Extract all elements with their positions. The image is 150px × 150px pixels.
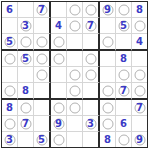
- cell-r3c5[interactable]: [67, 34, 83, 51]
- odd-circle: [4, 85, 15, 96]
- given-digit: 5: [34, 132, 49, 147]
- cell-r5c5[interactable]: [67, 67, 83, 83]
- cell-r5c6[interactable]: [83, 67, 100, 83]
- odd-circle: [134, 85, 145, 96]
- given-digit: 5: [18, 51, 33, 66]
- cell-r2c7[interactable]: [100, 18, 116, 34]
- cell-r5c7[interactable]: [100, 67, 116, 83]
- odd-circle: [53, 36, 64, 47]
- cell-r4c8[interactable]: 8: [116, 51, 132, 67]
- cell-r8c1[interactable]: [2, 116, 18, 132]
- cell-r6c5[interactable]: [67, 83, 83, 100]
- given-digit: 8: [18, 83, 33, 98]
- cell-r6c2[interactable]: 8: [18, 83, 34, 100]
- cell-r9c9[interactable]: 9: [132, 132, 147, 147]
- cell-r7c8[interactable]: [116, 100, 132, 116]
- given-digit: 9: [100, 2, 115, 17]
- cell-r6c1[interactable]: [2, 83, 18, 100]
- cell-r1c1[interactable]: 6: [2, 2, 18, 18]
- cell-r5c1[interactable]: [2, 67, 18, 83]
- cell-r9c8[interactable]: [116, 132, 132, 147]
- given-digit: 8: [2, 100, 17, 115]
- given-digit: 7: [116, 83, 131, 98]
- cell-r1c8[interactable]: [116, 2, 132, 18]
- cell-r4c1[interactable]: [2, 51, 18, 67]
- cell-r4c9[interactable]: [132, 51, 147, 67]
- odd-circle: [118, 134, 129, 145]
- cell-r1c6[interactable]: [83, 2, 100, 18]
- cell-r8c7[interactable]: [100, 116, 116, 132]
- odd-circle: [85, 69, 96, 80]
- cell-r1c3[interactable]: 7: [34, 2, 51, 18]
- cell-r3c6[interactable]: [83, 34, 100, 51]
- cell-r1c2[interactable]: [18, 2, 34, 18]
- cell-r6c6[interactable]: [83, 83, 100, 100]
- cell-r7c6[interactable]: [83, 100, 100, 116]
- cell-r9c4[interactable]: [51, 132, 67, 147]
- cell-r7c7[interactable]: [100, 100, 116, 116]
- cell-r9c5[interactable]: [67, 132, 83, 147]
- cell-r1c7[interactable]: 9: [100, 2, 116, 18]
- cell-r4c3[interactable]: [34, 51, 51, 67]
- odd-circle: [53, 102, 64, 113]
- odd-circle: [36, 69, 47, 80]
- given-digit: 8: [116, 51, 131, 66]
- cell-r4c6[interactable]: [83, 51, 100, 67]
- odd-circle: [4, 53, 15, 64]
- odd-circle: [102, 102, 113, 113]
- cell-r2c5[interactable]: [67, 18, 83, 34]
- given-digit: 7: [34, 2, 49, 17]
- cell-r2c4[interactable]: 4: [51, 18, 67, 34]
- given-digit: 3: [2, 132, 17, 147]
- cell-r6c9[interactable]: [132, 83, 147, 100]
- cell-r8c8[interactable]: 6: [116, 116, 132, 132]
- given-digit: 3: [18, 18, 33, 33]
- odd-circle: [69, 102, 80, 113]
- cell-r5c8[interactable]: [116, 67, 132, 83]
- cell-r7c4[interactable]: [51, 100, 67, 116]
- odd-circle: [102, 118, 113, 129]
- odd-circle: [102, 36, 113, 47]
- given-digit: 4: [51, 18, 66, 33]
- cell-r2c3[interactable]: [34, 18, 51, 34]
- cell-r4c5[interactable]: [67, 51, 83, 67]
- cell-r7c2[interactable]: [18, 100, 34, 116]
- cell-r3c8[interactable]: [116, 34, 132, 51]
- odd-circle: [36, 53, 47, 64]
- cell-r9c1[interactable]: 3: [2, 132, 18, 147]
- cell-r7c5[interactable]: [67, 100, 83, 116]
- sudoku-board: 679834755458878779363589: [1, 1, 148, 148]
- cell-r5c3[interactable]: [34, 67, 51, 83]
- given-digit: 8: [100, 132, 115, 147]
- cell-r8c6[interactable]: 3: [83, 116, 100, 132]
- cell-r3c7[interactable]: [100, 34, 116, 51]
- odd-circle: [4, 118, 15, 129]
- odd-circle: [69, 20, 80, 31]
- cell-r5c9[interactable]: [132, 67, 147, 83]
- given-digit: 4: [132, 34, 147, 49]
- odd-circle: [118, 4, 129, 15]
- cell-r7c3[interactable]: [34, 100, 51, 116]
- cell-r5c4[interactable]: [51, 67, 67, 83]
- cell-r3c3[interactable]: [34, 34, 51, 51]
- cell-r8c5[interactable]: [67, 116, 83, 132]
- cell-r3c9[interactable]: 4: [132, 34, 147, 51]
- given-digit: 7: [132, 100, 147, 115]
- cell-r5c2[interactable]: [18, 67, 34, 83]
- cell-r6c8[interactable]: 7: [116, 83, 132, 100]
- cell-r6c3[interactable]: [34, 83, 51, 100]
- given-digit: 6: [2, 2, 17, 17]
- cell-r3c1[interactable]: 5: [2, 34, 18, 51]
- cell-r1c4[interactable]: [51, 2, 67, 18]
- cell-r2c6[interactable]: 7: [83, 18, 100, 34]
- odd-circle: [134, 20, 145, 31]
- given-digit: 7: [83, 18, 98, 33]
- cell-r2c2[interactable]: 3: [18, 18, 34, 34]
- cell-r3c2[interactable]: [18, 34, 34, 51]
- cell-r1c5[interactable]: [67, 2, 83, 18]
- given-digit: 5: [116, 18, 131, 33]
- given-digit: 6: [116, 116, 131, 131]
- odd-circle: [134, 69, 145, 80]
- cell-r6c4[interactable]: [51, 83, 67, 100]
- odd-circle: [20, 102, 31, 113]
- cell-r2c1[interactable]: [2, 18, 18, 34]
- cell-r9c7[interactable]: 8: [100, 132, 116, 147]
- odd-circle: [85, 53, 96, 64]
- cell-r2c9[interactable]: [132, 18, 147, 34]
- given-digit: 3: [83, 116, 98, 131]
- given-digit: 8: [132, 2, 147, 17]
- cell-r4c7[interactable]: [100, 51, 116, 67]
- cell-r1c9[interactable]: 8: [132, 2, 147, 18]
- cell-r8c3[interactable]: [34, 116, 51, 132]
- odd-circle: [118, 69, 129, 80]
- odd-circle: [36, 36, 47, 47]
- given-digit: 5: [2, 34, 17, 49]
- given-digit: 9: [51, 116, 66, 131]
- odd-circle: [69, 69, 80, 80]
- given-digit: 7: [18, 116, 33, 131]
- cell-r4c4[interactable]: [51, 51, 67, 67]
- cell-r2c8[interactable]: 5: [116, 18, 132, 34]
- cell-r3c4[interactable]: [51, 34, 67, 51]
- cell-r6c7[interactable]: [100, 83, 116, 100]
- cell-r8c9[interactable]: [132, 116, 147, 132]
- given-digit: 9: [132, 132, 147, 147]
- odd-circle: [85, 4, 96, 15]
- cell-r9c6[interactable]: [83, 132, 100, 147]
- cell-r7c1[interactable]: 8: [2, 100, 18, 116]
- odd-circle: [102, 85, 113, 96]
- odd-circle: [20, 36, 31, 47]
- cell-r4c2[interactable]: 5: [18, 51, 34, 67]
- cell-r9c2[interactable]: [18, 132, 34, 147]
- odd-circle: [69, 4, 80, 15]
- cell-r8c2[interactable]: 7: [18, 116, 34, 132]
- odd-circle: [69, 85, 80, 96]
- odd-circle: [53, 53, 64, 64]
- cell-r7c9[interactable]: 7: [132, 100, 147, 116]
- cell-r9c3[interactable]: 5: [34, 132, 51, 147]
- odd-circle: [53, 134, 64, 145]
- cell-r8c4[interactable]: 9: [51, 116, 67, 132]
